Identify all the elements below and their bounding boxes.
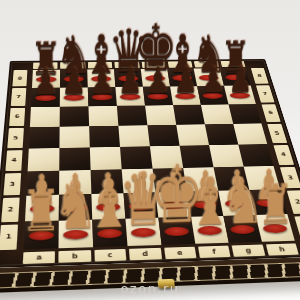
product-photo: abcdefgh 87654321 87654321 abcdefgh ♜♞♝♛… [0, 0, 300, 300]
piece-white-rook: ♜ [258, 177, 295, 233]
scene: abcdefgh 87654321 87654321 abcdefgh ♜♞♝♛… [0, 0, 300, 300]
coordinate-label: 6 [9, 108, 25, 127]
square-e7: ♟ [143, 86, 173, 105]
piece-black-pawn: ♟ [228, 62, 252, 98]
piece-black-pawn: ♟ [90, 63, 115, 100]
square-d7: ♟ [115, 87, 145, 106]
square-h5 [233, 123, 267, 144]
chess-board: abcdefgh 87654321 87654321 abcdefgh ♜♞♝♛… [0, 59, 300, 268]
piece-black-pawn: ♟ [201, 62, 226, 98]
square-h6 [228, 104, 261, 124]
square-a6 [30, 107, 60, 128]
square-d5 [118, 125, 150, 147]
square-c6 [88, 106, 118, 126]
piece-black-pawn: ♟ [61, 63, 86, 100]
piece-black-pawn: ♟ [118, 63, 143, 100]
coordinate-label: 7 [11, 88, 27, 106]
square-b7: ♟ [60, 87, 89, 106]
watermark-text: ozon.ru [0, 281, 300, 296]
coordinate-label: 2 [1, 198, 19, 222]
square-c7: ♟ [88, 87, 117, 106]
coordinate-label: 4 [5, 150, 22, 171]
piece-black-pawn: ♟ [146, 63, 171, 100]
square-h1: ♜ [255, 214, 294, 242]
square-d6 [117, 105, 148, 125]
coordinate-label: 1 [0, 224, 18, 250]
square-g1: ♞ [223, 215, 262, 243]
piece-black-pawn: ♟ [33, 63, 59, 100]
square-a5 [29, 127, 60, 149]
square-a7: ♟ [31, 88, 60, 107]
square-e6 [145, 105, 176, 125]
piece-black-pawn: ♟ [173, 62, 198, 98]
square-f6 [173, 105, 205, 125]
coordinate-label: 8 [12, 70, 27, 87]
square-g7: ♟ [197, 86, 228, 105]
square-e5 [147, 125, 179, 146]
